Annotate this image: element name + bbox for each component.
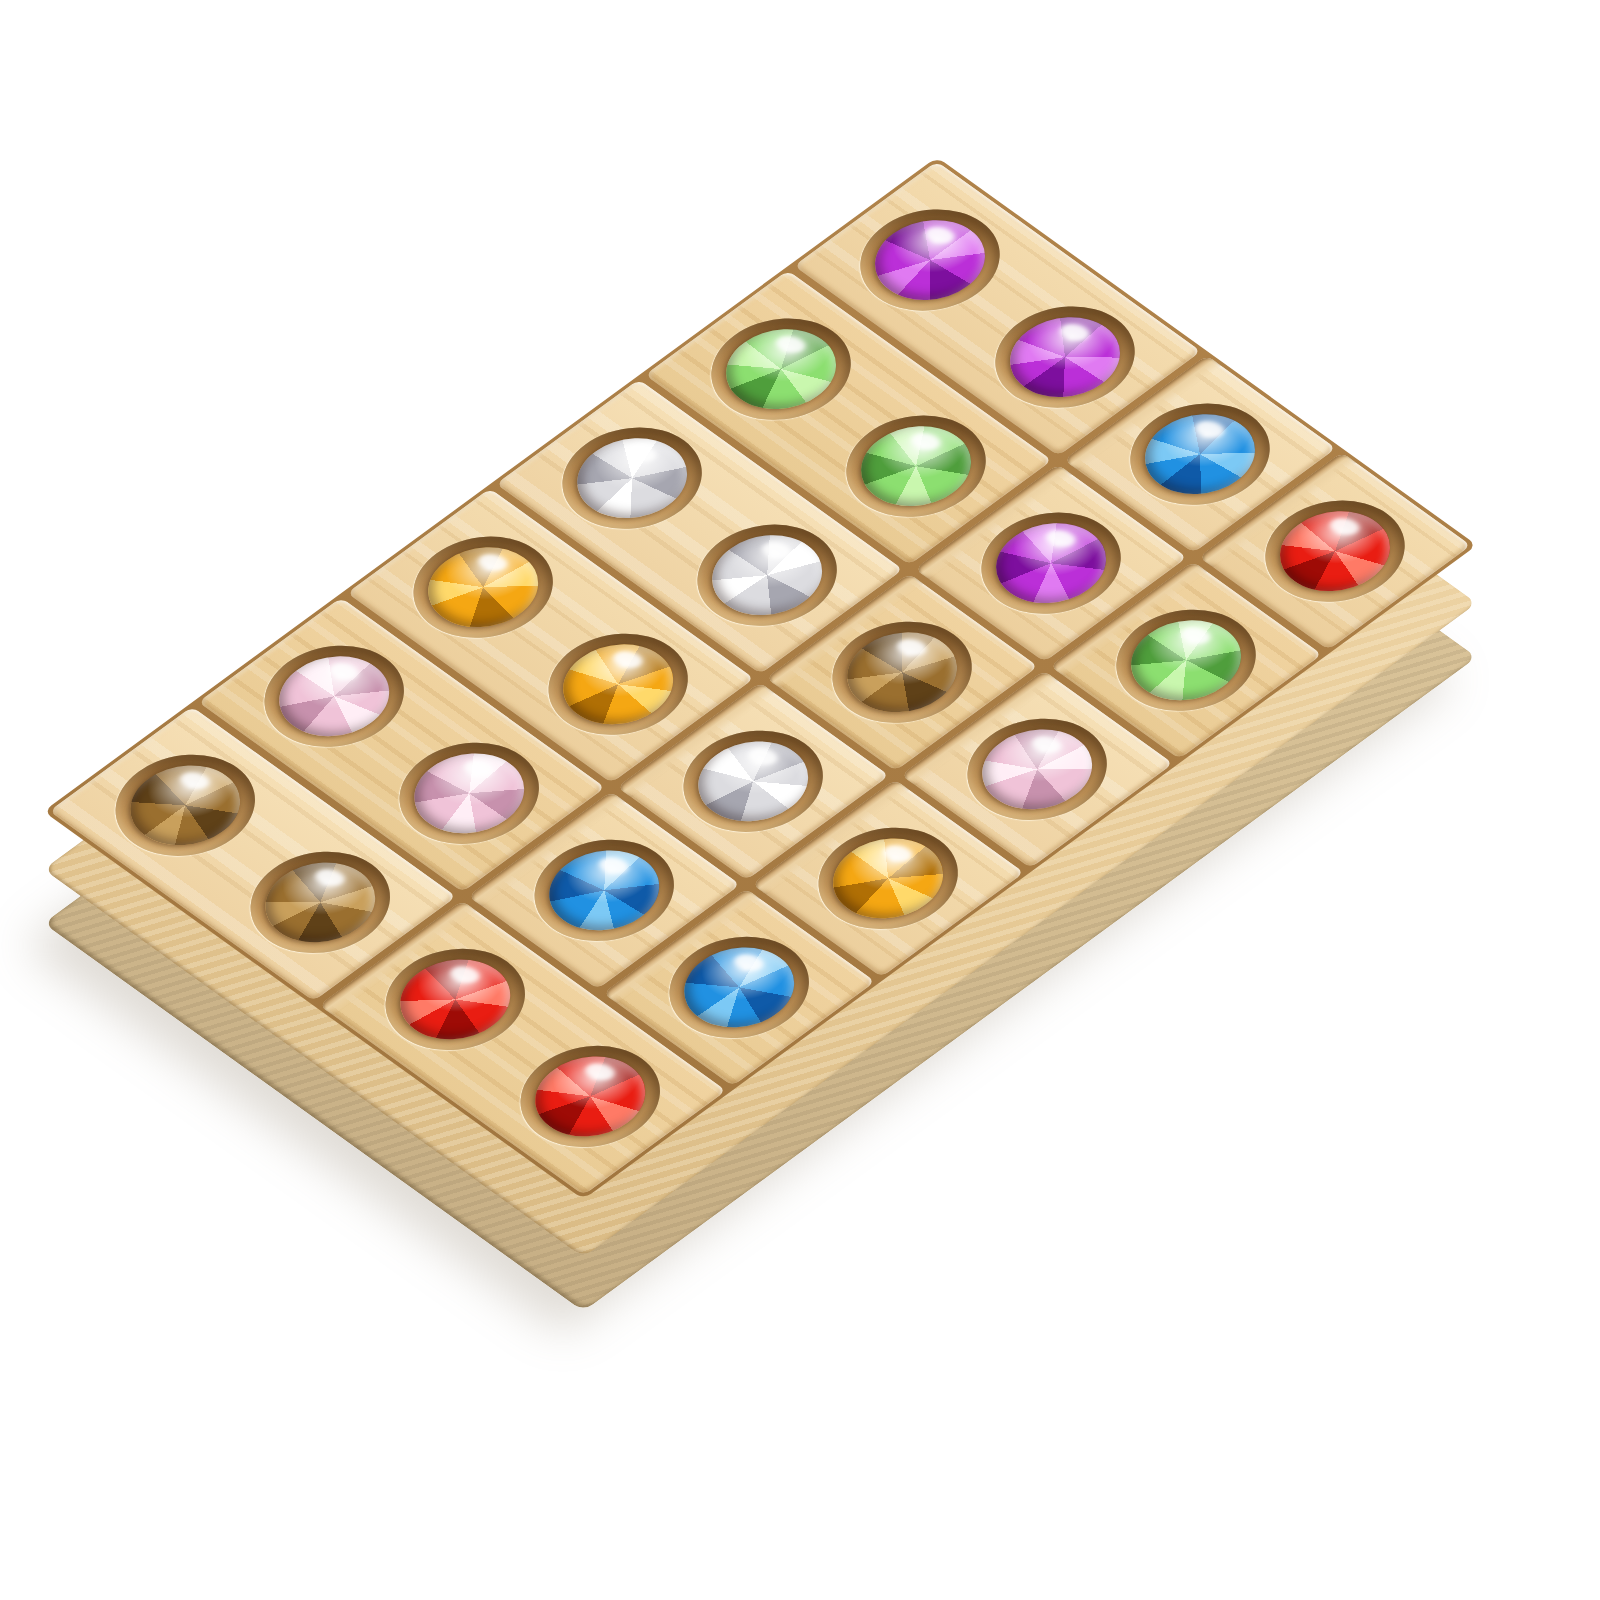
gem-hole (385, 516, 582, 659)
gem-blue (527, 834, 682, 947)
gem-pink (257, 640, 412, 753)
gem-pink (960, 713, 1115, 826)
gem-purple (973, 507, 1128, 620)
gem-purple (852, 204, 1007, 317)
gem-hole (236, 625, 433, 768)
gem-red (378, 943, 533, 1056)
gem-hole (832, 189, 1029, 332)
gem-gold (541, 628, 696, 741)
gem-white (690, 519, 845, 632)
gem-white (555, 422, 710, 535)
gem-green (1108, 604, 1263, 717)
gem-blue (1122, 398, 1277, 511)
gem-gold (406, 531, 561, 644)
gem-red (1257, 495, 1412, 608)
gem-gold (811, 822, 966, 935)
gem-amber (243, 846, 398, 959)
gem-amber (108, 749, 263, 862)
gem-hole (683, 298, 880, 441)
gem-green (703, 313, 858, 426)
gem-hole (534, 407, 731, 550)
gem-purple (987, 301, 1142, 414)
gem-amber (825, 616, 980, 729)
gem-white (676, 725, 831, 838)
gem-pink (392, 737, 547, 850)
gem-hole (357, 928, 554, 1071)
gem-blue (662, 931, 817, 1044)
gem-hole (87, 734, 284, 877)
gem-red (513, 1040, 668, 1153)
gem-green (838, 410, 993, 523)
product-photo (0, 0, 1600, 1600)
